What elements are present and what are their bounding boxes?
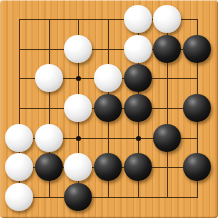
black-stone (94, 153, 122, 181)
white-stone (35, 64, 63, 92)
black-stone (153, 124, 181, 152)
star-point (136, 136, 141, 141)
white-stone (94, 64, 122, 92)
star-point (76, 136, 81, 141)
black-stone (35, 153, 63, 181)
white-stone (5, 153, 33, 181)
star-point (76, 76, 81, 81)
black-stone (124, 64, 152, 92)
white-stone (64, 153, 92, 181)
white-stone (35, 124, 63, 152)
white-stone (64, 35, 92, 63)
black-stone (153, 35, 181, 63)
grid-line (19, 197, 198, 198)
white-stone (5, 183, 33, 211)
black-stone (124, 94, 152, 122)
white-stone (64, 94, 92, 122)
black-stone (124, 153, 152, 181)
white-stone (124, 35, 152, 63)
black-stone (183, 94, 211, 122)
black-stone (64, 183, 92, 211)
go-board[interactable] (0, 0, 218, 218)
white-stone (124, 5, 152, 33)
white-stone (153, 5, 181, 33)
black-stone (94, 94, 122, 122)
black-stone (183, 153, 211, 181)
white-stone (5, 124, 33, 152)
black-stone (183, 35, 211, 63)
